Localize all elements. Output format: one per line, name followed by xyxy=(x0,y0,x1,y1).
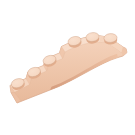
lego-piece-render xyxy=(0,0,135,135)
product-image xyxy=(0,0,135,135)
